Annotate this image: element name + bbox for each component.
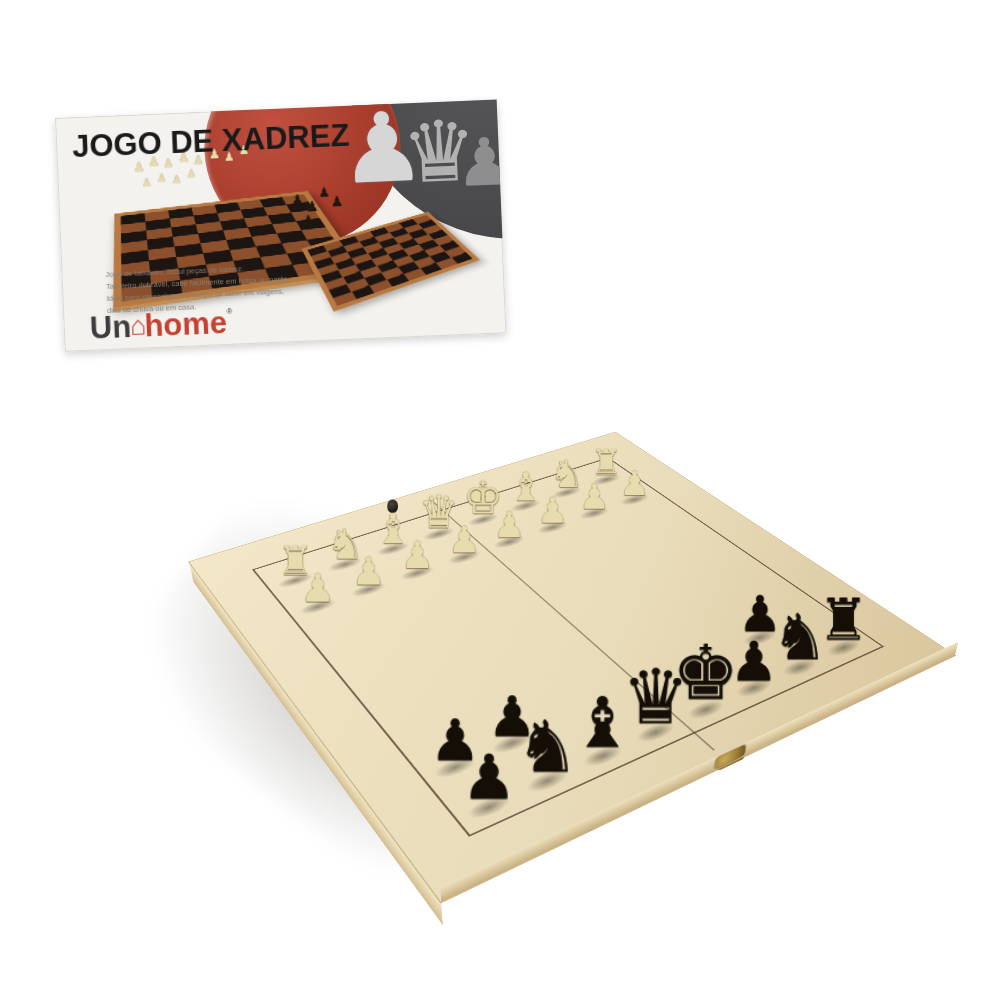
box-gray-pawn-icon: ♟ <box>454 129 507 197</box>
piece-dark-pawn: ♟ <box>433 749 545 807</box>
brand-suffix: home <box>144 305 228 344</box>
photo-background: { "game": "chess", "scene": "wooden fold… <box>0 0 1000 1000</box>
brand-logo: Un ⌂ home ® <box>89 305 234 347</box>
piece-light-pawn: ♟ <box>273 570 363 607</box>
brand-prefix: Un <box>89 309 132 347</box>
product-box: ♟ ♛ ♟ ♟♟♟♟♟♟♟♟♟♟♟♟♟♟♟♟♟ JOGO DE XADREZ J… <box>55 99 506 351</box>
registered-mark: ® <box>226 307 232 316</box>
box-photo-light-piece-icon: ♟ <box>142 177 152 188</box>
box-photo-light-piece-icon: ♟ <box>156 172 166 183</box>
box-photo-light-piece-icon: ♟ <box>186 168 196 179</box>
box-photo-light-piece-icon: ♟ <box>171 174 181 185</box>
